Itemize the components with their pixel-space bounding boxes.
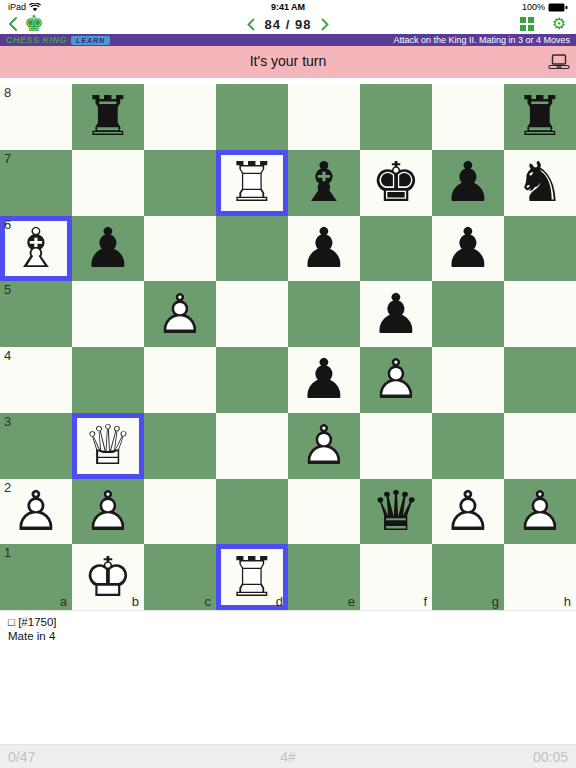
piece-white-pawn-outline: ♙: [504, 479, 576, 545]
square-b7[interactable]: [72, 150, 144, 216]
brand-bar: CHESS KING LEARN Attack on the King II. …: [0, 34, 576, 46]
square-a3[interactable]: 3: [0, 413, 72, 479]
square-f6[interactable]: [360, 216, 432, 282]
chess-board: 8♜♜7♜♖♝♚♟♞6♝♗♟♟♟5♟♙♟4♟♟♙3♛♕♟♙2♟♙♟♙♛♟♙♟♙1…: [0, 84, 576, 611]
turn-banner: It's your turn: [0, 46, 576, 78]
turn-message: It's your turn: [0, 53, 576, 69]
square-e8[interactable]: [288, 84, 360, 150]
square-a2[interactable]: 2♟♙: [0, 479, 72, 545]
square-g3[interactable]: [432, 413, 504, 479]
square-b5[interactable]: [72, 281, 144, 347]
rank-label-5: 5: [4, 282, 11, 297]
square-a4[interactable]: 4: [0, 347, 72, 413]
file-label-c: c: [205, 594, 212, 609]
square-c2[interactable]: [144, 479, 216, 545]
square-d5[interactable]: [216, 281, 288, 347]
piece-white-pawn-outline: ♙: [432, 479, 504, 545]
square-d7[interactable]: ♜♖: [216, 150, 288, 216]
piece-black-pawn[interactable]: ♟: [288, 216, 360, 282]
file-label-g: g: [492, 594, 499, 609]
rank-label-8: 8: [4, 85, 11, 100]
puzzle-id: □ [#1750]: [8, 615, 57, 629]
square-g5[interactable]: [432, 281, 504, 347]
square-f1[interactable]: f: [360, 544, 432, 610]
piece-black-pawn[interactable]: ♟: [360, 281, 432, 347]
square-g8[interactable]: [432, 84, 504, 150]
square-b4[interactable]: [72, 347, 144, 413]
piece-black-pawn[interactable]: ♟: [432, 150, 504, 216]
square-c3[interactable]: [144, 413, 216, 479]
square-g7[interactable]: ♟: [432, 150, 504, 216]
square-h2[interactable]: ♟♙: [504, 479, 576, 545]
clock: 9:41 AM: [0, 2, 576, 12]
square-e2[interactable]: [288, 479, 360, 545]
square-a7[interactable]: 7: [0, 150, 72, 216]
square-d4[interactable]: [216, 347, 288, 413]
square-g1[interactable]: g: [432, 544, 504, 610]
file-label-e: e: [348, 594, 355, 609]
puzzle-list-icon[interactable]: [520, 17, 534, 31]
puzzle-caption: □ [#1750] Mate in 4: [8, 615, 57, 643]
square-c8[interactable]: [144, 84, 216, 150]
square-d6[interactable]: [216, 216, 288, 282]
square-e1[interactable]: e: [288, 544, 360, 610]
rank-label-3: 3: [4, 414, 11, 429]
piece-white-pawn-outline: ♙: [144, 281, 216, 347]
file-label-d: d: [276, 594, 283, 609]
piece-black-pawn[interactable]: ♟: [432, 216, 504, 282]
square-b8[interactable]: ♜: [72, 84, 144, 150]
square-c6[interactable]: [144, 216, 216, 282]
file-label-b: b: [132, 594, 139, 609]
piece-white-rook-outline: ♖: [216, 150, 288, 216]
square-e3[interactable]: ♟♙: [288, 413, 360, 479]
piece-black-queen[interactable]: ♛: [360, 479, 432, 545]
square-f5[interactable]: ♟: [360, 281, 432, 347]
rank-label-1: 1: [4, 545, 11, 560]
piece-black-bishop[interactable]: ♝: [288, 150, 360, 216]
square-a6[interactable]: 6♝♗: [0, 216, 72, 282]
puzzle-goal: Mate in 4: [8, 629, 57, 643]
file-label-f: f: [423, 594, 427, 609]
square-d8[interactable]: [216, 84, 288, 150]
file-label-a: a: [60, 594, 67, 609]
status-bar: iPad 9:41 AM 100%: [0, 0, 576, 14]
rank-label-6: 6: [4, 217, 11, 232]
square-h1[interactable]: h: [504, 544, 576, 610]
square-f4[interactable]: ♟♙: [360, 347, 432, 413]
square-f2[interactable]: ♛: [360, 479, 432, 545]
square-b2[interactable]: ♟♙: [72, 479, 144, 545]
square-h5[interactable]: [504, 281, 576, 347]
square-b6[interactable]: ♟: [72, 216, 144, 282]
square-f8[interactable]: [360, 84, 432, 150]
square-d1[interactable]: d♜♖: [216, 544, 288, 610]
square-h3[interactable]: [504, 413, 576, 479]
computer-icon[interactable]: [548, 54, 570, 70]
square-c1[interactable]: c: [144, 544, 216, 610]
square-a1[interactable]: 1a: [0, 544, 72, 610]
chess-king-wordmark: CHESS KING: [6, 35, 67, 45]
square-h4[interactable]: [504, 347, 576, 413]
piece-black-king[interactable]: ♚: [360, 150, 432, 216]
piece-black-rook[interactable]: ♜: [504, 84, 576, 150]
square-e7[interactable]: ♝: [288, 150, 360, 216]
elapsed-timer: 00:05: [533, 749, 568, 765]
footer-bar: 0/47 4# 00:05: [0, 744, 576, 768]
square-e4[interactable]: ♟: [288, 347, 360, 413]
puzzle-counter: 84 / 98: [265, 17, 312, 32]
square-e5[interactable]: [288, 281, 360, 347]
prev-puzzle-icon[interactable]: [247, 18, 255, 31]
piece-white-pawn-outline: ♙: [72, 479, 144, 545]
settings-gear-icon[interactable]: ⚙: [552, 16, 566, 32]
square-b1[interactable]: b♚♔: [72, 544, 144, 610]
nav-bar: ♚ 84 / 98 ⚙: [0, 14, 576, 34]
piece-black-pawn[interactable]: ♟: [288, 347, 360, 413]
piece-white-queen-outline: ♕: [72, 413, 144, 479]
square-f7[interactable]: ♚: [360, 150, 432, 216]
square-d2[interactable]: [216, 479, 288, 545]
square-h8[interactable]: ♜: [504, 84, 576, 150]
piece-white-pawn-outline: ♙: [288, 413, 360, 479]
rank-label-2: 2: [4, 480, 11, 495]
square-d3[interactable]: [216, 413, 288, 479]
square-f3[interactable]: [360, 413, 432, 479]
course-title: Attack on the King II. Mating in 3 or 4 …: [393, 35, 570, 45]
task-label: 4#: [0, 749, 576, 765]
square-h6[interactable]: [504, 216, 576, 282]
square-g6[interactable]: ♟: [432, 216, 504, 282]
square-g4[interactable]: [432, 347, 504, 413]
piece-white-pawn-outline: ♙: [360, 347, 432, 413]
piece-black-knight[interactable]: ♞: [504, 150, 576, 216]
square-g2[interactable]: ♟♙: [432, 479, 504, 545]
rank-label-7: 7: [4, 151, 11, 166]
square-c4[interactable]: [144, 347, 216, 413]
square-c7[interactable]: [144, 150, 216, 216]
next-puzzle-icon[interactable]: [321, 18, 329, 31]
square-c5[interactable]: ♟♙: [144, 281, 216, 347]
square-e6[interactable]: ♟: [288, 216, 360, 282]
piece-black-rook[interactable]: ♜: [72, 84, 144, 150]
file-label-h: h: [564, 594, 571, 609]
piece-black-pawn[interactable]: ♟: [72, 216, 144, 282]
square-a5[interactable]: 5: [0, 281, 72, 347]
rank-label-4: 4: [4, 348, 11, 363]
square-a8[interactable]: 8: [0, 84, 72, 150]
square-b3[interactable]: ♛♕: [72, 413, 144, 479]
learn-badge: LEARN: [71, 36, 110, 45]
square-h7[interactable]: ♞: [504, 150, 576, 216]
